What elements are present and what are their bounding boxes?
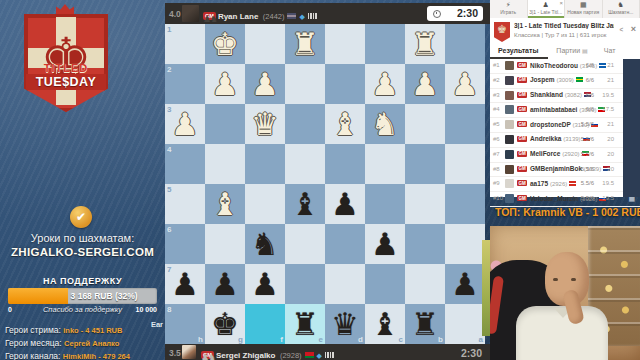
standings-tiebreak: 20: [607, 151, 614, 157]
standings-tiebreak: 20: [607, 136, 614, 142]
view-tab-icon: ▤: [582, 47, 588, 54]
standings-avatar: [505, 165, 514, 174]
standings-title-badge: GM: [517, 121, 527, 127]
lessons-site-link[interactable]: ZHIGALKO-SERGEI.COM: [0, 246, 165, 258]
bottom-player-diamond-icon: ◆: [317, 352, 322, 359]
square-c4[interactable]: [365, 144, 405, 184]
standings-rank: #6: [493, 136, 500, 142]
standings-avatar: [505, 135, 514, 144]
black-king-g8[interactable]: ♚: [205, 304, 245, 344]
standings-row[interactable]: #1 GM NikoTheodorou (3145) 6/6 21 ▦: [490, 59, 640, 74]
white-knight-c3[interactable]: ♞: [365, 104, 405, 144]
square-e3[interactable]: [285, 104, 325, 144]
white-bishop-d3[interactable]: ♝: [325, 104, 365, 144]
standings-row[interactable]: #5 GM dropstoneDP (3110) 5.5/6 21 ▦: [490, 118, 640, 133]
top-player-name[interactable]: Ryan Lane: [218, 12, 258, 21]
hero-suffix: Ear: [151, 320, 163, 329]
square-a4[interactable]: [445, 144, 485, 184]
standings-player-name[interactable]: Shankland (3082): [530, 91, 591, 98]
black-queen-d8[interactable]: ♛: [325, 304, 365, 344]
connection-bars-icon: [308, 5, 318, 23]
bottom-player-score: 3.5: [169, 348, 181, 358]
bottom-player-clock: 2:30: [461, 347, 482, 359]
white-pawn-b2[interactable]: ♟: [405, 64, 445, 104]
standings-flag: [576, 77, 583, 82]
stream-frame: ♚ TITLED TUE$DAY ✔ Уроки по шахматам: ZH…: [0, 0, 640, 360]
square-h3[interactable]: 3♟: [165, 104, 205, 144]
standings-avatar: [505, 120, 514, 129]
square-f2[interactable]: ♟: [245, 64, 285, 104]
square-c8[interactable]: c♝: [365, 304, 405, 344]
left-sidebar: ♚ TITLED TUE$DAY ✔ Уроки по шахматам: ZH…: [0, 0, 165, 360]
share-icon[interactable]: <: [620, 25, 624, 34]
white-pawn-g2[interactable]: ♟: [205, 64, 245, 104]
standings-title-badge: GM: [517, 166, 527, 172]
top-donor-banner: ТОП: Kramnik VB - 1 002 RUB: [490, 197, 640, 226]
square-d3[interactable]: ♝: [325, 104, 365, 144]
white-pawn-a2[interactable]: ♟: [445, 64, 485, 104]
standings-rating: (2920): [562, 151, 579, 157]
file-label-h: h: [198, 335, 203, 344]
standings-tiebreak: 17.5: [602, 106, 614, 112]
clock-icon: [433, 10, 441, 18]
top-player-bar: 4.0 GMRyan Lane (2442)◆ ♟♞ 2:30: [165, 3, 490, 24]
logo-shield: ♚ TITLED TUE$DAY: [24, 14, 108, 112]
standings-rating: (2926): [550, 181, 567, 187]
logo-text-titled: TITLED: [24, 62, 108, 74]
like-coin-icon: ✔: [70, 206, 92, 228]
webcam-view: [490, 226, 640, 360]
standings-rank: #3: [493, 92, 500, 98]
white-bishop-g5[interactable]: ♝: [205, 184, 245, 224]
white-rook-b1[interactable]: ♜: [405, 24, 445, 64]
view-tab-label: Партии: [556, 47, 580, 54]
standings-title-badge: GM: [517, 180, 527, 186]
standings-tiebreak: 19.5: [602, 180, 614, 186]
square-h7[interactable]: 7♟: [165, 264, 205, 304]
standings-title-badge: GM: [517, 92, 527, 98]
view-tab[interactable]: Партии▤: [548, 46, 595, 59]
game-area: 4.0 GMRyan Lane (2442)◆ ♟♞ 2:30 1♚♜♜2♟♟♟…: [165, 0, 490, 360]
top-player-avatar[interactable]: [182, 5, 199, 22]
square-e5[interactable]: ♝: [285, 184, 325, 224]
standings-player-name[interactable]: Jospem (3009): [530, 76, 583, 83]
square-e7[interactable]: [285, 264, 325, 304]
standings-list: #1 GM NikoTheodorou (3145) 6/6 21 ▦ #2 G…: [490, 59, 640, 197]
rank-label-8: 8: [167, 305, 171, 314]
browser-tab-icon: ♞: [603, 1, 640, 9]
standings-score: 5.5/6: [581, 151, 594, 157]
square-h2[interactable]: 2: [165, 64, 205, 104]
standings-row[interactable]: #4 GM amintabatabaei (3090) 6/6 17.5 ▦: [490, 103, 640, 118]
square-c7[interactable]: [365, 264, 405, 304]
top-donor-text: ТОП: Kramnik VB - 1 002 RUB: [490, 206, 640, 218]
connection-bars-icon: [325, 344, 335, 360]
square-g1[interactable]: ♚: [205, 24, 245, 64]
standings-title-badge: GM: [517, 151, 527, 157]
hero-label: Герои канала:: [5, 351, 63, 360]
standings-score: 6/6: [586, 77, 594, 83]
square-b3[interactable]: [405, 104, 445, 144]
browser-tab-label: Новая партия: [565, 9, 602, 16]
black-pawn-c6[interactable]: ♟: [365, 224, 405, 264]
view-tab-label: Чат: [604, 47, 616, 54]
square-e4[interactable]: [285, 144, 325, 184]
square-a3[interactable]: [445, 104, 485, 144]
square-a1[interactable]: [445, 24, 485, 64]
view-tab-label: Результаты: [498, 47, 538, 54]
browser-tab[interactable]: ♟ 3|1 - Late Titl... ×: [528, 0, 566, 18]
view-tab[interactable]: Результаты: [490, 46, 548, 59]
right-panel: ⚡ Играть ♟ 3|1 - Late Titl... × ▦ Новая …: [490, 0, 640, 360]
standings-rating: (3009): [556, 77, 573, 83]
browser-tab[interactable]: ♞ Шахматн...: [603, 0, 640, 18]
square-g3[interactable]: [205, 104, 245, 144]
chess-board[interactable]: 1♚♜♜2♟♟♟♟♟3♟♛♝♞45♝♝♟6♞♟7♟♟♟♟8hg♚fe♜d♛c♝b…: [165, 24, 485, 344]
square-g2[interactable]: ♟: [205, 64, 245, 104]
browser-tab-label: Шахматн...: [603, 9, 640, 16]
standings-edge-strip: [623, 59, 640, 197]
standings-title-badge: GM: [517, 136, 527, 142]
square-e1[interactable]: ♜: [285, 24, 325, 64]
standings-rank: #2: [493, 77, 500, 83]
standings-rank: #1: [493, 62, 500, 68]
square-a2[interactable]: ♟: [445, 64, 485, 104]
standings-player-name[interactable]: aa175 (2926): [530, 180, 576, 187]
logo-text-tuesday: TUE$DAY: [24, 75, 108, 89]
bottom-player-name[interactable]: Sergei Zhigalko: [216, 351, 276, 360]
standings-row[interactable]: #8 GM GMBenjaminBok (3039) 5.5/6 20 ▦: [490, 163, 640, 178]
bottom-captured-pieces: ♟♞: [201, 352, 215, 360]
square-a8[interactable]: a: [445, 304, 485, 344]
white-pawn-c2[interactable]: ♟: [365, 64, 405, 104]
standings-avatar: [505, 61, 514, 70]
donation-header: НА ПОДДЕРЖКУ: [0, 276, 165, 286]
browser-tab-icon: ▦: [565, 1, 602, 9]
standings-row[interactable]: #9 GM aa175 (2926) 5.5/6 19.5 ▦: [490, 177, 640, 192]
standings-rank: #5: [493, 121, 500, 127]
standings-tiebreak: 21: [607, 121, 614, 127]
bottom-player-flag: [305, 352, 314, 358]
heroes-list: Герои стрима: inko - 4 451 RUB Ear Герои…: [5, 319, 163, 358]
standings-avatar: [505, 150, 514, 159]
bottom-player-avatar[interactable]: [182, 345, 196, 359]
bottom-player-bar: 3.5 GMSergei Zhigalko (2928)◆ ♟♞ 2:30: [165, 344, 490, 360]
standings-score: 6/6: [586, 106, 594, 112]
top-captured-pieces: ♟♞: [203, 14, 217, 24]
top-player-score: 4.0: [169, 9, 181, 19]
standings-rank: #4: [493, 106, 500, 112]
top-player-line: GMRyan Lane (2442)◆: [203, 5, 318, 23]
standings-avatar: [505, 179, 514, 188]
tab-close-icon[interactable]: ×: [559, 0, 563, 6]
tournament-subtitle: Классика | Тур 7 из 11 | 631 игрок: [514, 32, 618, 38]
square-d7[interactable]: [325, 264, 365, 304]
rank-label-1: 1: [167, 25, 171, 34]
square-g8[interactable]: g♚: [205, 304, 245, 344]
standings-score: 5.5/6: [581, 180, 594, 186]
square-b1[interactable]: ♜: [405, 24, 445, 64]
donation-amount: 3 168 RUB (32%): [71, 291, 138, 301]
rank-label-4: 4: [167, 145, 171, 154]
black-pawn-g7[interactable]: ♟: [205, 264, 245, 304]
black-pawn-h7[interactable]: ♟: [165, 264, 205, 304]
square-e2[interactable]: [285, 64, 325, 104]
black-pawn-a7[interactable]: ♟: [445, 264, 485, 304]
webcam-plant-edge: [482, 240, 490, 336]
standings-tiebreak: 20: [607, 166, 614, 172]
standings-rank: #8: [493, 166, 500, 172]
black-knight-f6[interactable]: ♞: [245, 224, 285, 264]
tournament-title: 3|1 - Late Titled Tuesday Blitz January …: [514, 22, 614, 29]
square-f8[interactable]: f: [245, 304, 285, 344]
file-label-a: a: [479, 335, 483, 344]
black-pawn-f7[interactable]: ♟: [245, 264, 285, 304]
top-clock-time: 2:30: [457, 7, 478, 19]
standings-rating: (3139): [563, 136, 580, 142]
top-player-diamond-icon: ◆: [299, 13, 304, 20]
standings-score: 5.5/6: [581, 166, 594, 172]
king-silhouette-icon: ♚: [24, 10, 108, 108]
file-label-f: f: [280, 335, 283, 344]
standings-row[interactable]: #6 GM Andreikka (3139) 5.5/6 20 ▦: [490, 133, 640, 148]
standings-flag: [599, 63, 606, 68]
donation-progress-bar: 3 168 RUB (32%): [8, 288, 157, 304]
square-b2[interactable]: ♟: [405, 64, 445, 104]
donation-thanks: Спасибо за поддержку: [0, 305, 165, 314]
standings-rank: #7: [493, 151, 500, 157]
square-h1[interactable]: 1: [165, 24, 205, 64]
white-rook-e1[interactable]: ♜: [285, 24, 325, 64]
square-d5[interactable]: ♟: [325, 184, 365, 224]
standings-row[interactable]: #7 GM MeliForce (2920) 5.5/6 20 ▦: [490, 148, 640, 163]
tournament-header: 3|1 - Late Titled Tuesday Blitz January …: [490, 18, 640, 47]
black-pawn-d5[interactable]: ♟: [325, 184, 365, 224]
standings-row[interactable]: #3 GM Shankland (3082) 6/6 19.5 ▦: [490, 89, 640, 104]
standings-avatar: [505, 105, 514, 114]
hero-row: Герои канала: HimkiMih - 479 264: [5, 345, 163, 358]
black-bishop-e5[interactable]: ♝: [285, 184, 325, 224]
standings-score: 6/6: [586, 62, 594, 68]
browser-tab-label: Играть: [490, 9, 527, 16]
black-bishop-c8[interactable]: ♝: [365, 304, 405, 344]
tournament-logo-icon: [494, 22, 510, 42]
standings-tiebreak: 21: [607, 62, 614, 68]
square-e8[interactable]: e♜: [285, 304, 325, 344]
square-h8[interactable]: 8h: [165, 304, 205, 344]
standings-tiebreak: 19.5: [602, 92, 614, 98]
top-player-rating: (2442): [263, 12, 285, 21]
square-f1[interactable]: [245, 24, 285, 64]
standings-player-name[interactable]: GMBenjaminBok (3039): [530, 165, 610, 172]
square-f4[interactable]: [245, 144, 285, 184]
square-f7[interactable]: ♟: [245, 264, 285, 304]
standings-score: 6/6: [586, 92, 594, 98]
rank-label-2: 2: [167, 65, 171, 74]
square-a7[interactable]: ♟: [445, 264, 485, 304]
standings-title-badge: GM: [517, 77, 527, 83]
square-b6[interactable]: [405, 224, 445, 264]
white-pawn-h3[interactable]: ♟: [165, 104, 205, 144]
standings-flag: [569, 181, 576, 186]
browser-tab-label: 3|1 - Late Titl...: [528, 9, 565, 16]
square-d8[interactable]: d♛: [325, 304, 365, 344]
close-icon[interactable]: ×: [631, 24, 636, 34]
rank-label-5: 5: [167, 185, 171, 194]
square-d1[interactable]: [325, 24, 365, 64]
standings-row[interactable]: #2 GM Jospem (3009) 6/6 21 ▦: [490, 74, 640, 89]
top-player-clock: 2:30: [427, 6, 483, 21]
square-h6[interactable]: 6: [165, 224, 205, 264]
white-pawn-f2[interactable]: ♟: [245, 64, 285, 104]
browser-tab-strip: ⚡ Играть ♟ 3|1 - Late Titl... × ▦ Новая …: [490, 0, 640, 19]
white-king-g1[interactable]: ♚: [205, 24, 245, 64]
black-rook-e8[interactable]: ♜: [285, 304, 325, 344]
bottom-player-line: GMSergei Zhigalko (2928)◆: [201, 344, 335, 360]
square-g5[interactable]: ♝: [205, 184, 245, 224]
square-h5[interactable]: 5: [165, 184, 205, 224]
browser-tab-icon: ⚡: [490, 1, 527, 9]
top-player-flag: [287, 13, 296, 19]
hero-row: Герои месяца: Сергей Аналко: [5, 332, 163, 345]
square-d4[interactable]: [325, 144, 365, 184]
square-a6[interactable]: [445, 224, 485, 264]
hero-value: HimkiMih - 479 264: [63, 352, 130, 360]
square-a5[interactable]: [445, 184, 485, 224]
standings-rating: (3082): [565, 92, 582, 98]
view-tab-strip: Результаты Партии▤ Чат: [490, 46, 640, 60]
standings-score: 5.5/6: [581, 121, 594, 127]
standings-title-badge: GM: [517, 62, 527, 68]
standings-player-name[interactable]: NikoTheodorou (3145): [530, 62, 606, 69]
square-b5[interactable]: [405, 184, 445, 224]
lessons-text: Уроки по шахматам:: [0, 232, 165, 244]
square-g7[interactable]: ♟: [205, 264, 245, 304]
square-h4[interactable]: 4: [165, 144, 205, 184]
standings-score: 5.5/6: [581, 136, 594, 142]
square-e6[interactable]: [285, 224, 325, 264]
square-g6[interactable]: [205, 224, 245, 264]
square-d2[interactable]: [325, 64, 365, 104]
black-rook-b8[interactable]: ♜: [405, 304, 445, 344]
browser-tab[interactable]: ⚡ Играть: [490, 0, 528, 18]
square-f5[interactable]: [245, 184, 285, 224]
square-c3[interactable]: ♞: [365, 104, 405, 144]
square-f3[interactable]: ♛: [245, 104, 285, 144]
square-g4[interactable]: [205, 144, 245, 184]
square-c6[interactable]: ♟: [365, 224, 405, 264]
square-b4[interactable]: [405, 144, 445, 184]
view-tab[interactable]: Чат: [596, 46, 626, 59]
standings-avatar: [505, 76, 514, 85]
square-c1[interactable]: [365, 24, 405, 64]
donation-progress-fill: [8, 288, 68, 304]
square-c2[interactable]: ♟: [365, 64, 405, 104]
square-c5[interactable]: [365, 184, 405, 224]
rank-label-6: 6: [167, 225, 171, 234]
standings-tiebreak: 21: [607, 77, 614, 83]
standings-title-badge: GM: [517, 106, 527, 112]
browser-tab[interactable]: ▦ Новая партия: [565, 0, 603, 18]
standings-rank: #9: [493, 180, 500, 186]
hero-row: Герои стрима: inko - 4 451 RUB Ear: [5, 319, 163, 332]
standings-avatar: [505, 91, 514, 100]
standings-player-name[interactable]: amintabatabaei (3090): [530, 106, 605, 113]
bottom-player-rating: (2928): [280, 351, 302, 360]
white-queen-f3[interactable]: ♛: [245, 104, 285, 144]
square-b8[interactable]: b♜: [405, 304, 445, 344]
titled-tuesday-logo: ♚ TITLED TUE$DAY: [14, 4, 118, 116]
square-b7[interactable]: [405, 264, 445, 304]
square-f6[interactable]: ♞: [245, 224, 285, 264]
square-d6[interactable]: [325, 224, 365, 264]
